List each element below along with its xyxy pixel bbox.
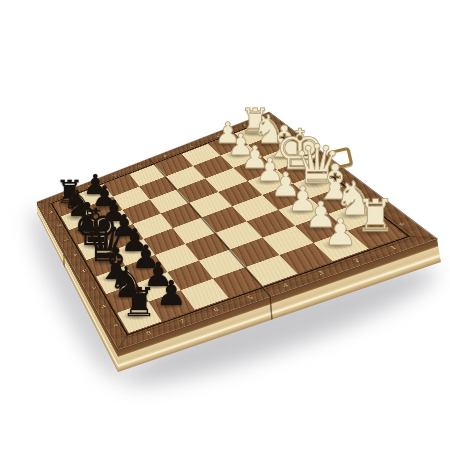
fold-seam-side bbox=[269, 297, 272, 320]
product-photo-scene: 8877665544332211hhggffeeddccbbaa ♜♞♝♛♚♝♞… bbox=[0, 0, 450, 450]
